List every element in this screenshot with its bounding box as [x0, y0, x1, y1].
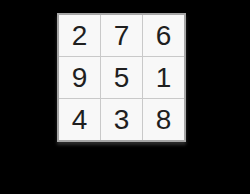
cell-r1c3: 6: [143, 15, 184, 56]
cell-r3c1: 4: [59, 99, 100, 140]
magic-square-board: 2 7 6 9 5 1 4 3 8: [57, 13, 186, 142]
cell-r2c1: 9: [59, 57, 100, 98]
cell-r1c2: 7: [101, 15, 142, 56]
cell-r2c2: 5: [101, 57, 142, 98]
cell-r1c1: 2: [59, 15, 100, 56]
cell-r3c2: 3: [101, 99, 142, 140]
cell-r2c3: 1: [143, 57, 184, 98]
cell-r3c3: 8: [143, 99, 184, 140]
